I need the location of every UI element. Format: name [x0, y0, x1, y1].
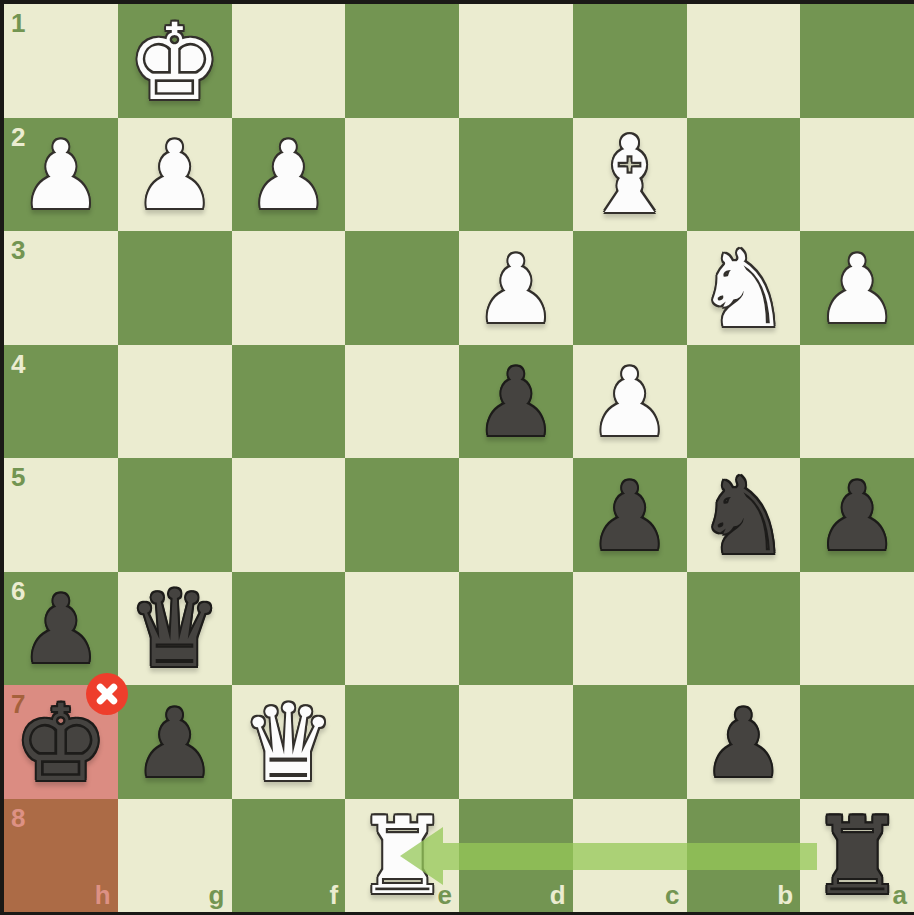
piece-black-pawn[interactable]: ♟ [800, 458, 914, 572]
square-d7[interactable] [459, 685, 573, 799]
square-e7[interactable] [345, 685, 459, 799]
white-pawn-glyph: ♟ [132, 129, 216, 223]
piece-white-pawn[interactable]: ♟ [573, 345, 687, 459]
white-pawn-glyph: ♟ [246, 129, 330, 223]
piece-black-queen[interactable]: ♛ [118, 572, 232, 686]
file-label-b: b [777, 882, 793, 908]
piece-black-pawn[interactable]: ♟ [573, 458, 687, 572]
piece-white-pawn[interactable]: ♟ [800, 231, 914, 345]
square-e4[interactable] [345, 345, 459, 459]
rank-label-1: 1 [11, 10, 25, 36]
square-b4[interactable] [687, 345, 801, 459]
square-b2[interactable] [687, 118, 801, 232]
square-e8[interactable]: e♜ [345, 799, 459, 913]
square-h4[interactable]: 4 [4, 345, 118, 459]
square-b7[interactable]: ♟ [687, 685, 801, 799]
black-pawn-glyph: ♟ [132, 697, 216, 791]
square-b3[interactable]: ♞ [687, 231, 801, 345]
white-pawn-glyph: ♟ [19, 129, 103, 223]
piece-white-pawn[interactable]: ♟ [459, 231, 573, 345]
square-e1[interactable] [345, 4, 459, 118]
rank-label-8: 8 [11, 805, 25, 831]
white-pawn-glyph: ♟ [474, 243, 558, 337]
chess-board-screen: 1♚2♟♟♟♝3♟♞♟4♟♟5♟♞♟6♟♛7♚♟♛♟8hgfe♜dcba♜ [0, 0, 914, 915]
square-b6[interactable] [687, 572, 801, 686]
square-f3[interactable] [232, 231, 346, 345]
square-h5[interactable]: 5 [4, 458, 118, 572]
piece-white-pawn[interactable]: ♟ [4, 118, 118, 232]
black-pawn-glyph: ♟ [587, 470, 671, 564]
square-c7[interactable] [573, 685, 687, 799]
square-h6[interactable]: 6♟ [4, 572, 118, 686]
square-d1[interactable] [459, 4, 573, 118]
square-e3[interactable] [345, 231, 459, 345]
square-d8[interactable]: d [459, 799, 573, 913]
piece-black-knight[interactable]: ♞ [687, 458, 801, 572]
black-knight-glyph: ♞ [696, 464, 791, 570]
file-label-g: g [209, 882, 225, 908]
white-king-glyph: ♚ [127, 10, 222, 116]
square-c8[interactable]: c [573, 799, 687, 913]
chess-board: 1♚2♟♟♟♝3♟♞♟4♟♟5♟♞♟6♟♛7♚♟♛♟8hgfe♜dcba♜ [4, 4, 914, 912]
square-h3[interactable]: 3 [4, 231, 118, 345]
square-a4[interactable] [800, 345, 914, 459]
square-b8[interactable]: b [687, 799, 801, 913]
square-a5[interactable]: ♟ [800, 458, 914, 572]
rank-label-5: 5 [11, 464, 25, 490]
piece-black-pawn[interactable]: ♟ [118, 685, 232, 799]
square-b1[interactable] [687, 4, 801, 118]
piece-white-pawn[interactable]: ♟ [118, 118, 232, 232]
white-queen-glyph: ♛ [241, 691, 336, 797]
square-d4[interactable]: ♟ [459, 345, 573, 459]
piece-white-pawn[interactable]: ♟ [232, 118, 346, 232]
square-g3[interactable] [118, 231, 232, 345]
square-c2[interactable]: ♝ [573, 118, 687, 232]
piece-black-rook[interactable]: ♜ [800, 799, 914, 913]
square-e5[interactable] [345, 458, 459, 572]
square-e2[interactable] [345, 118, 459, 232]
square-g1[interactable]: ♚ [118, 4, 232, 118]
square-a8[interactable]: a♜ [800, 799, 914, 913]
square-f4[interactable] [232, 345, 346, 459]
piece-black-pawn[interactable]: ♟ [687, 685, 801, 799]
square-h1[interactable]: 1 [4, 4, 118, 118]
black-pawn-glyph: ♟ [474, 356, 558, 450]
white-bishop-glyph: ♝ [582, 123, 677, 229]
mistake-x-icon [86, 673, 128, 715]
square-b5[interactable]: ♞ [687, 458, 801, 572]
file-label-c: c [665, 882, 679, 908]
black-pawn-glyph: ♟ [19, 583, 103, 677]
square-g8[interactable]: g [118, 799, 232, 913]
square-d3[interactable]: ♟ [459, 231, 573, 345]
black-pawn-glyph: ♟ [815, 470, 899, 564]
square-d2[interactable] [459, 118, 573, 232]
square-g2[interactable]: ♟ [118, 118, 232, 232]
rank-label-3: 3 [11, 237, 25, 263]
square-a3[interactable]: ♟ [800, 231, 914, 345]
file-label-h: h [95, 882, 111, 908]
square-f6[interactable] [232, 572, 346, 686]
piece-white-king[interactable]: ♚ [118, 4, 232, 118]
black-rook-glyph: ♜ [810, 804, 905, 910]
square-a6[interactable] [800, 572, 914, 686]
square-g6[interactable]: ♛ [118, 572, 232, 686]
white-pawn-glyph: ♟ [815, 243, 899, 337]
square-f5[interactable] [232, 458, 346, 572]
piece-white-rook[interactable]: ♜ [345, 799, 459, 913]
file-label-f: f [330, 882, 339, 908]
square-a1[interactable] [800, 4, 914, 118]
black-pawn-glyph: ♟ [701, 697, 785, 791]
square-d5[interactable] [459, 458, 573, 572]
square-a2[interactable] [800, 118, 914, 232]
square-c5[interactable]: ♟ [573, 458, 687, 572]
square-g5[interactable] [118, 458, 232, 572]
square-g4[interactable] [118, 345, 232, 459]
square-c1[interactable] [573, 4, 687, 118]
square-c3[interactable] [573, 231, 687, 345]
piece-white-queen[interactable]: ♛ [232, 685, 346, 799]
piece-black-pawn[interactable]: ♟ [459, 345, 573, 459]
white-pawn-glyph: ♟ [587, 356, 671, 450]
square-f1[interactable] [232, 4, 346, 118]
white-knight-glyph: ♞ [696, 237, 791, 343]
rank-label-4: 4 [11, 351, 25, 377]
square-c4[interactable]: ♟ [573, 345, 687, 459]
square-f2[interactable]: ♟ [232, 118, 346, 232]
square-f8[interactable]: f [232, 799, 346, 913]
file-label-d: d [550, 882, 566, 908]
square-c6[interactable] [573, 572, 687, 686]
white-rook-glyph: ♜ [355, 804, 450, 910]
piece-white-knight[interactable]: ♞ [687, 231, 801, 345]
square-h2[interactable]: 2♟ [4, 118, 118, 232]
square-f7[interactable]: ♛ [232, 685, 346, 799]
square-a7[interactable] [800, 685, 914, 799]
square-e6[interactable] [345, 572, 459, 686]
square-d6[interactable] [459, 572, 573, 686]
piece-black-pawn[interactable]: ♟ [4, 572, 118, 686]
square-g7[interactable]: ♟ [118, 685, 232, 799]
piece-white-bishop[interactable]: ♝ [573, 118, 687, 232]
black-queen-glyph: ♛ [127, 577, 222, 683]
square-h8[interactable]: 8h [4, 799, 118, 913]
